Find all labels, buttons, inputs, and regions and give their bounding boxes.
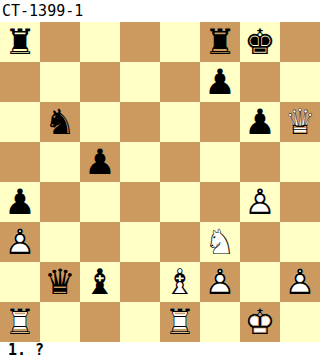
piece-white-bishop-e2: ♝♗	[160, 262, 200, 302]
piece-black-pawn-a4: ♟	[0, 182, 40, 222]
square-f5[interactable]	[200, 142, 240, 182]
piece-black-pawn-c5: ♟	[80, 142, 120, 182]
square-a1[interactable]: ♜♖	[0, 302, 40, 342]
square-c1[interactable]	[80, 302, 120, 342]
square-g2[interactable]	[240, 262, 280, 302]
piece-black-knight-b6: ♞	[40, 102, 80, 142]
square-e7[interactable]	[160, 62, 200, 102]
square-e6[interactable]	[160, 102, 200, 142]
square-a5[interactable]	[0, 142, 40, 182]
piece-white-rook-e1: ♜♖	[160, 302, 200, 342]
square-a2[interactable]	[0, 262, 40, 302]
puzzle-title: CT-1399-1	[2, 1, 83, 21]
square-g4[interactable]: ♟♙	[240, 182, 280, 222]
square-f1[interactable]	[200, 302, 240, 342]
piece-white-pawn-f2: ♟♙	[200, 262, 240, 302]
square-d3[interactable]	[120, 222, 160, 262]
square-b8[interactable]	[40, 22, 80, 62]
piece-black-pawn-f7: ♟	[200, 62, 240, 102]
square-h3[interactable]	[280, 222, 320, 262]
piece-black-pawn-g6: ♟	[240, 102, 280, 142]
piece-white-pawn-a3: ♟♙	[0, 222, 40, 262]
square-a8[interactable]: ♜	[0, 22, 40, 62]
square-h4[interactable]	[280, 182, 320, 222]
square-f2[interactable]: ♟♙	[200, 262, 240, 302]
square-b2[interactable]: ♛	[40, 262, 80, 302]
square-e3[interactable]	[160, 222, 200, 262]
piece-white-king-g1: ♚♔	[240, 302, 280, 342]
square-b4[interactable]	[40, 182, 80, 222]
square-a4[interactable]: ♟	[0, 182, 40, 222]
square-a3[interactable]: ♟♙	[0, 222, 40, 262]
square-d6[interactable]	[120, 102, 160, 142]
square-d7[interactable]	[120, 62, 160, 102]
square-h2[interactable]: ♟♙	[280, 262, 320, 302]
square-b5[interactable]	[40, 142, 80, 182]
square-g1[interactable]: ♚♔	[240, 302, 280, 342]
piece-white-knight-f3: ♞♘	[200, 222, 240, 262]
square-c7[interactable]	[80, 62, 120, 102]
square-h7[interactable]	[280, 62, 320, 102]
square-c4[interactable]	[80, 182, 120, 222]
square-h1[interactable]	[280, 302, 320, 342]
square-b6[interactable]: ♞	[40, 102, 80, 142]
square-c2[interactable]: ♝	[80, 262, 120, 302]
square-d5[interactable]	[120, 142, 160, 182]
square-b7[interactable]	[40, 62, 80, 102]
square-e4[interactable]	[160, 182, 200, 222]
chess-puzzle-window: CT-1399-1 ♜♜♚♟♞♟♛♕♟♟♟♙♟♙♞♘♛♝♝♗♟♙♟♙♜♖♜♖♚♔…	[0, 0, 320, 360]
piece-black-king-g8: ♚	[240, 22, 280, 62]
piece-white-pawn-h2: ♟♙	[280, 262, 320, 302]
square-d2[interactable]	[120, 262, 160, 302]
piece-white-pawn-g4: ♟♙	[240, 182, 280, 222]
square-g6[interactable]: ♟	[240, 102, 280, 142]
square-b1[interactable]	[40, 302, 80, 342]
square-f4[interactable]	[200, 182, 240, 222]
square-g8[interactable]: ♚	[240, 22, 280, 62]
square-f6[interactable]	[200, 102, 240, 142]
square-f8[interactable]: ♜	[200, 22, 240, 62]
square-a6[interactable]	[0, 102, 40, 142]
square-f3[interactable]: ♞♘	[200, 222, 240, 262]
square-c8[interactable]	[80, 22, 120, 62]
square-h8[interactable]	[280, 22, 320, 62]
piece-black-rook-a8: ♜	[0, 22, 40, 62]
square-d4[interactable]	[120, 182, 160, 222]
piece-black-queen-b2: ♛	[40, 262, 80, 302]
piece-white-queen-h6: ♛♕	[280, 102, 320, 142]
square-b3[interactable]	[40, 222, 80, 262]
square-d8[interactable]	[120, 22, 160, 62]
square-f7[interactable]: ♟	[200, 62, 240, 102]
square-d1[interactable]	[120, 302, 160, 342]
square-e8[interactable]	[160, 22, 200, 62]
chess-board: ♜♜♚♟♞♟♛♕♟♟♟♙♟♙♞♘♛♝♝♗♟♙♟♙♜♖♜♖♚♔	[0, 22, 320, 342]
square-g3[interactable]	[240, 222, 280, 262]
piece-black-rook-f8: ♜	[200, 22, 240, 62]
square-c5[interactable]: ♟	[80, 142, 120, 182]
square-g5[interactable]	[240, 142, 280, 182]
square-g7[interactable]	[240, 62, 280, 102]
square-e2[interactable]: ♝♗	[160, 262, 200, 302]
square-c6[interactable]	[80, 102, 120, 142]
piece-white-rook-a1: ♜♖	[0, 302, 40, 342]
square-e1[interactable]: ♜♖	[160, 302, 200, 342]
square-a7[interactable]	[0, 62, 40, 102]
square-e5[interactable]	[160, 142, 200, 182]
piece-black-bishop-c2: ♝	[80, 262, 120, 302]
square-h6[interactable]: ♛♕	[280, 102, 320, 142]
square-c3[interactable]	[80, 222, 120, 262]
square-h5[interactable]	[280, 142, 320, 182]
move-prompt: 1. ?	[8, 341, 44, 359]
